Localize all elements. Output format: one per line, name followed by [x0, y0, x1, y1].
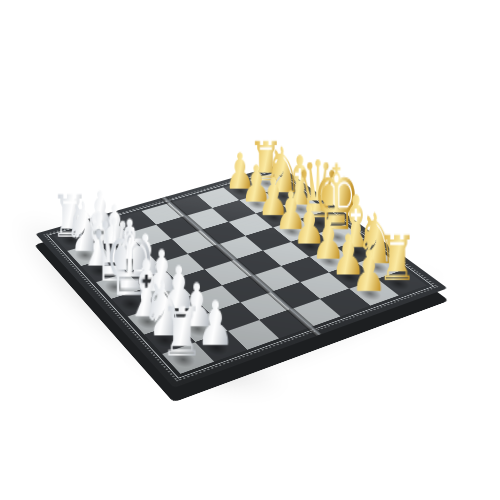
- product-photo-scene: ♜♞♝♛♚♝♞♜♟♟♟♟♟♟♟♟♟♟♟♟♟♟♟♟♜♞♝♛♚♝♞♜: [0, 0, 500, 500]
- gold-pawn-glyph: ♟: [327, 245, 411, 297]
- board-playing-area: ♜♞♝♛♚♝♞♜♟♟♟♟♟♟♟♟♟♟♟♟♟♟♟♟♜♞♝♛♚♝♞♜: [53, 173, 427, 374]
- silver-rook-glyph: ♜: [137, 302, 228, 363]
- chess-board: ♜♞♝♛♚♝♞♜♟♟♟♟♟♟♟♟♟♟♟♟♟♟♟♟♜♞♝♛♚♝♞♜: [35, 165, 447, 388]
